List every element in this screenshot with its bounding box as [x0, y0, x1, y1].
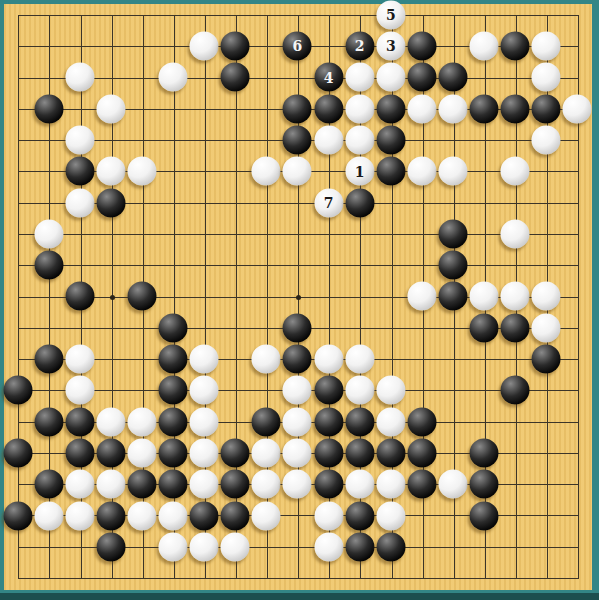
intersection-12-18[interactable]: [375, 563, 406, 594]
intersection-18-4[interactable]: [562, 124, 593, 155]
intersection-13-5[interactable]: [406, 156, 437, 187]
intersection-1-4[interactable]: [33, 124, 64, 155]
intersection-18-5[interactable]: [562, 156, 593, 187]
intersection-0-14[interactable]: [2, 437, 33, 468]
intersection-18-2[interactable]: [562, 62, 593, 93]
intersection-10-5[interactable]: [313, 156, 344, 187]
intersection-14-13[interactable]: [437, 406, 468, 437]
intersection-8-12[interactable]: [251, 375, 282, 406]
intersection-1-9[interactable]: [33, 281, 64, 312]
intersection-11-14[interactable]: [344, 437, 375, 468]
intersection-15-10[interactable]: [469, 312, 500, 343]
intersection-17-5[interactable]: [531, 156, 562, 187]
intersection-8-7[interactable]: [251, 218, 282, 249]
intersection-10-11[interactable]: [313, 343, 344, 374]
intersection-15-17[interactable]: [469, 531, 500, 562]
intersection-9-10[interactable]: [282, 312, 313, 343]
intersection-3-17[interactable]: [95, 531, 126, 562]
intersection-3-12[interactable]: [95, 375, 126, 406]
intersection-15-11[interactable]: [469, 343, 500, 374]
intersection-17-11[interactable]: [531, 343, 562, 374]
intersection-9-13[interactable]: [282, 406, 313, 437]
intersection-18-6[interactable]: [562, 187, 593, 218]
intersection-17-12[interactable]: [531, 375, 562, 406]
intersection-7-17[interactable]: [220, 531, 251, 562]
intersection-10-6[interactable]: 7: [313, 187, 344, 218]
intersection-16-6[interactable]: [500, 187, 531, 218]
intersection-16-10[interactable]: [500, 312, 531, 343]
intersection-6-16[interactable]: [189, 500, 220, 531]
intersection-8-1[interactable]: [251, 30, 282, 61]
intersection-12-4[interactable]: [375, 124, 406, 155]
intersection-16-4[interactable]: [500, 124, 531, 155]
intersection-8-18[interactable]: [251, 563, 282, 594]
intersection-18-3[interactable]: [562, 93, 593, 124]
intersection-3-2[interactable]: [95, 62, 126, 93]
intersection-12-14[interactable]: [375, 437, 406, 468]
intersection-4-6[interactable]: [126, 187, 157, 218]
intersection-16-14[interactable]: [500, 437, 531, 468]
intersection-16-11[interactable]: [500, 343, 531, 374]
intersection-4-15[interactable]: [126, 469, 157, 500]
intersection-11-18[interactable]: [344, 563, 375, 594]
intersection-14-12[interactable]: [437, 375, 468, 406]
intersection-5-7[interactable]: [158, 218, 189, 249]
intersection-6-12[interactable]: [189, 375, 220, 406]
intersection-5-4[interactable]: [158, 124, 189, 155]
intersection-16-15[interactable]: [500, 469, 531, 500]
intersection-3-14[interactable]: [95, 437, 126, 468]
intersection-3-4[interactable]: [95, 124, 126, 155]
intersection-5-12[interactable]: [158, 375, 189, 406]
intersection-15-2[interactable]: [469, 62, 500, 93]
intersection-12-17[interactable]: [375, 531, 406, 562]
intersection-5-11[interactable]: [158, 343, 189, 374]
intersection-11-9[interactable]: [344, 281, 375, 312]
intersection-4-0[interactable]: [126, 0, 157, 30]
intersection-14-9[interactable]: [437, 281, 468, 312]
intersection-6-5[interactable]: [189, 156, 220, 187]
intersection-1-8[interactable]: [33, 250, 64, 281]
intersection-5-16[interactable]: [158, 500, 189, 531]
intersection-9-18[interactable]: [282, 563, 313, 594]
intersection-3-16[interactable]: [95, 500, 126, 531]
intersection-5-5[interactable]: [158, 156, 189, 187]
intersection-11-5[interactable]: 1: [344, 156, 375, 187]
intersection-10-7[interactable]: [313, 218, 344, 249]
intersection-12-12[interactable]: [375, 375, 406, 406]
intersection-1-6[interactable]: [33, 187, 64, 218]
intersection-16-12[interactable]: [500, 375, 531, 406]
intersection-7-5[interactable]: [220, 156, 251, 187]
intersection-5-15[interactable]: [158, 469, 189, 500]
intersection-5-3[interactable]: [158, 93, 189, 124]
intersection-7-6[interactable]: [220, 187, 251, 218]
intersection-6-17[interactable]: [189, 531, 220, 562]
intersection-18-13[interactable]: [562, 406, 593, 437]
intersection-15-18[interactable]: [469, 563, 500, 594]
intersection-17-3[interactable]: [531, 93, 562, 124]
intersection-4-17[interactable]: [126, 531, 157, 562]
intersection-2-10[interactable]: [64, 312, 95, 343]
intersection-9-3[interactable]: [282, 93, 313, 124]
intersection-5-10[interactable]: [158, 312, 189, 343]
intersection-10-8[interactable]: [313, 250, 344, 281]
intersection-5-9[interactable]: [158, 281, 189, 312]
intersection-11-0[interactable]: [344, 0, 375, 30]
intersection-6-14[interactable]: [189, 437, 220, 468]
intersection-13-2[interactable]: [406, 62, 437, 93]
intersection-16-0[interactable]: [500, 0, 531, 30]
intersection-8-14[interactable]: [251, 437, 282, 468]
intersection-10-10[interactable]: [313, 312, 344, 343]
intersection-4-7[interactable]: [126, 218, 157, 249]
intersection-6-7[interactable]: [189, 218, 220, 249]
intersection-0-9[interactable]: [2, 281, 33, 312]
intersection-18-16[interactable]: [562, 500, 593, 531]
intersection-5-17[interactable]: [158, 531, 189, 562]
intersection-15-5[interactable]: [469, 156, 500, 187]
intersection-13-0[interactable]: [406, 0, 437, 30]
intersection-6-8[interactable]: [189, 250, 220, 281]
intersection-14-16[interactable]: [437, 500, 468, 531]
intersection-0-13[interactable]: [2, 406, 33, 437]
intersection-9-5[interactable]: [282, 156, 313, 187]
intersection-14-6[interactable]: [437, 187, 468, 218]
intersection-7-7[interactable]: [220, 218, 251, 249]
intersection-0-12[interactable]: [2, 375, 33, 406]
intersection-7-4[interactable]: [220, 124, 251, 155]
intersection-18-7[interactable]: [562, 218, 593, 249]
intersection-2-2[interactable]: [64, 62, 95, 93]
intersection-1-17[interactable]: [33, 531, 64, 562]
intersection-2-0[interactable]: [64, 0, 95, 30]
intersection-15-3[interactable]: [469, 93, 500, 124]
intersection-1-16[interactable]: [33, 500, 64, 531]
intersection-12-0[interactable]: 5: [375, 0, 406, 30]
intersection-15-0[interactable]: [469, 0, 500, 30]
intersection-11-11[interactable]: [344, 343, 375, 374]
intersection-3-10[interactable]: [95, 312, 126, 343]
intersection-14-7[interactable]: [437, 218, 468, 249]
intersection-18-9[interactable]: [562, 281, 593, 312]
intersection-15-9[interactable]: [469, 281, 500, 312]
intersection-6-4[interactable]: [189, 124, 220, 155]
intersection-0-16[interactable]: [2, 500, 33, 531]
intersection-9-8[interactable]: [282, 250, 313, 281]
intersection-13-10[interactable]: [406, 312, 437, 343]
intersection-4-18[interactable]: [126, 563, 157, 594]
intersection-18-17[interactable]: [562, 531, 593, 562]
intersection-11-16[interactable]: [344, 500, 375, 531]
intersection-1-10[interactable]: [33, 312, 64, 343]
intersection-12-6[interactable]: [375, 187, 406, 218]
intersection-15-13[interactable]: [469, 406, 500, 437]
intersection-0-5[interactable]: [2, 156, 33, 187]
intersection-17-8[interactable]: [531, 250, 562, 281]
intersection-8-10[interactable]: [251, 312, 282, 343]
intersection-14-5[interactable]: [437, 156, 468, 187]
intersection-11-2[interactable]: [344, 62, 375, 93]
intersection-17-15[interactable]: [531, 469, 562, 500]
intersection-6-11[interactable]: [189, 343, 220, 374]
intersection-13-6[interactable]: [406, 187, 437, 218]
intersection-4-1[interactable]: [126, 30, 157, 61]
intersection-14-11[interactable]: [437, 343, 468, 374]
intersection-18-11[interactable]: [562, 343, 593, 374]
intersection-13-18[interactable]: [406, 563, 437, 594]
intersection-9-9[interactable]: [282, 281, 313, 312]
intersection-18-10[interactable]: [562, 312, 593, 343]
intersection-4-3[interactable]: [126, 93, 157, 124]
intersection-11-15[interactable]: [344, 469, 375, 500]
intersection-3-13[interactable]: [95, 406, 126, 437]
intersection-11-1[interactable]: 2: [344, 30, 375, 61]
intersection-4-13[interactable]: [126, 406, 157, 437]
intersection-17-14[interactable]: [531, 437, 562, 468]
intersection-16-13[interactable]: [500, 406, 531, 437]
intersection-11-10[interactable]: [344, 312, 375, 343]
intersection-9-7[interactable]: [282, 218, 313, 249]
intersection-8-15[interactable]: [251, 469, 282, 500]
intersection-3-11[interactable]: [95, 343, 126, 374]
intersection-16-17[interactable]: [500, 531, 531, 562]
intersection-3-8[interactable]: [95, 250, 126, 281]
intersection-17-2[interactable]: [531, 62, 562, 93]
intersection-1-7[interactable]: [33, 218, 64, 249]
intersection-10-12[interactable]: [313, 375, 344, 406]
intersection-10-14[interactable]: [313, 437, 344, 468]
intersection-5-13[interactable]: [158, 406, 189, 437]
intersection-3-1[interactable]: [95, 30, 126, 61]
intersection-1-5[interactable]: [33, 156, 64, 187]
intersection-18-8[interactable]: [562, 250, 593, 281]
intersection-2-9[interactable]: [64, 281, 95, 312]
intersection-0-17[interactable]: [2, 531, 33, 562]
intersection-2-13[interactable]: [64, 406, 95, 437]
intersection-4-14[interactable]: [126, 437, 157, 468]
intersection-13-1[interactable]: [406, 30, 437, 61]
intersection-9-16[interactable]: [282, 500, 313, 531]
intersection-7-11[interactable]: [220, 343, 251, 374]
intersection-15-1[interactable]: [469, 30, 500, 61]
intersection-7-2[interactable]: [220, 62, 251, 93]
intersection-14-3[interactable]: [437, 93, 468, 124]
intersection-12-3[interactable]: [375, 93, 406, 124]
intersection-2-15[interactable]: [64, 469, 95, 500]
intersection-5-6[interactable]: [158, 187, 189, 218]
intersection-4-4[interactable]: [126, 124, 157, 155]
intersection-4-9[interactable]: [126, 281, 157, 312]
intersection-0-7[interactable]: [2, 218, 33, 249]
intersection-9-0[interactable]: [282, 0, 313, 30]
intersection-18-12[interactable]: [562, 375, 593, 406]
intersection-14-15[interactable]: [437, 469, 468, 500]
intersection-16-2[interactable]: [500, 62, 531, 93]
intersection-1-2[interactable]: [33, 62, 64, 93]
intersection-2-17[interactable]: [64, 531, 95, 562]
intersection-10-1[interactable]: [313, 30, 344, 61]
intersection-15-4[interactable]: [469, 124, 500, 155]
intersection-16-5[interactable]: [500, 156, 531, 187]
intersection-5-8[interactable]: [158, 250, 189, 281]
intersection-12-1[interactable]: 3: [375, 30, 406, 61]
intersection-18-15[interactable]: [562, 469, 593, 500]
intersection-10-16[interactable]: [313, 500, 344, 531]
intersection-4-11[interactable]: [126, 343, 157, 374]
intersection-16-7[interactable]: [500, 218, 531, 249]
intersection-3-5[interactable]: [95, 156, 126, 187]
intersection-13-13[interactable]: [406, 406, 437, 437]
intersection-13-15[interactable]: [406, 469, 437, 500]
intersection-1-13[interactable]: [33, 406, 64, 437]
intersection-6-9[interactable]: [189, 281, 220, 312]
intersection-3-3[interactable]: [95, 93, 126, 124]
intersection-0-18[interactable]: [2, 563, 33, 594]
intersection-8-4[interactable]: [251, 124, 282, 155]
intersection-7-0[interactable]: [220, 0, 251, 30]
intersection-0-2[interactable]: [2, 62, 33, 93]
intersection-8-2[interactable]: [251, 62, 282, 93]
intersection-1-15[interactable]: [33, 469, 64, 500]
intersection-17-16[interactable]: [531, 500, 562, 531]
intersection-12-8[interactable]: [375, 250, 406, 281]
intersection-14-1[interactable]: [437, 30, 468, 61]
intersection-3-15[interactable]: [95, 469, 126, 500]
intersection-12-13[interactable]: [375, 406, 406, 437]
intersection-4-2[interactable]: [126, 62, 157, 93]
intersection-1-11[interactable]: [33, 343, 64, 374]
intersection-10-0[interactable]: [313, 0, 344, 30]
intersection-2-11[interactable]: [64, 343, 95, 374]
intersection-17-17[interactable]: [531, 531, 562, 562]
intersection-10-18[interactable]: [313, 563, 344, 594]
intersection-1-1[interactable]: [33, 30, 64, 61]
intersection-2-18[interactable]: [64, 563, 95, 594]
intersection-9-6[interactable]: [282, 187, 313, 218]
intersection-0-0[interactable]: [2, 0, 33, 30]
intersection-2-7[interactable]: [64, 218, 95, 249]
intersection-17-18[interactable]: [531, 563, 562, 594]
intersection-9-1[interactable]: 6: [282, 30, 313, 61]
intersection-9-15[interactable]: [282, 469, 313, 500]
intersection-8-0[interactable]: [251, 0, 282, 30]
intersection-12-9[interactable]: [375, 281, 406, 312]
intersection-16-3[interactable]: [500, 93, 531, 124]
intersection-0-6[interactable]: [2, 187, 33, 218]
intersection-0-1[interactable]: [2, 30, 33, 61]
intersection-13-4[interactable]: [406, 124, 437, 155]
intersection-8-3[interactable]: [251, 93, 282, 124]
intersection-10-17[interactable]: [313, 531, 344, 562]
intersection-15-8[interactable]: [469, 250, 500, 281]
intersection-8-5[interactable]: [251, 156, 282, 187]
intersection-1-0[interactable]: [33, 0, 64, 30]
intersection-10-2[interactable]: 4: [313, 62, 344, 93]
intersection-6-2[interactable]: [189, 62, 220, 93]
intersection-17-13[interactable]: [531, 406, 562, 437]
intersection-1-12[interactable]: [33, 375, 64, 406]
intersection-14-10[interactable]: [437, 312, 468, 343]
intersection-16-8[interactable]: [500, 250, 531, 281]
intersection-6-1[interactable]: [189, 30, 220, 61]
intersection-5-18[interactable]: [158, 563, 189, 594]
intersection-17-0[interactable]: [531, 0, 562, 30]
intersection-15-15[interactable]: [469, 469, 500, 500]
intersection-2-8[interactable]: [64, 250, 95, 281]
intersection-7-18[interactable]: [220, 563, 251, 594]
intersection-6-13[interactable]: [189, 406, 220, 437]
intersection-10-4[interactable]: [313, 124, 344, 155]
intersection-11-12[interactable]: [344, 375, 375, 406]
intersection-7-8[interactable]: [220, 250, 251, 281]
intersection-11-6[interactable]: [344, 187, 375, 218]
intersection-6-6[interactable]: [189, 187, 220, 218]
intersection-16-16[interactable]: [500, 500, 531, 531]
intersection-14-2[interactable]: [437, 62, 468, 93]
intersection-13-8[interactable]: [406, 250, 437, 281]
intersection-8-6[interactable]: [251, 187, 282, 218]
intersection-17-4[interactable]: [531, 124, 562, 155]
intersection-15-6[interactable]: [469, 187, 500, 218]
intersection-7-14[interactable]: [220, 437, 251, 468]
intersection-9-17[interactable]: [282, 531, 313, 562]
intersection-13-14[interactable]: [406, 437, 437, 468]
intersection-8-8[interactable]: [251, 250, 282, 281]
intersection-7-9[interactable]: [220, 281, 251, 312]
intersection-0-10[interactable]: [2, 312, 33, 343]
intersection-0-8[interactable]: [2, 250, 33, 281]
intersection-6-0[interactable]: [189, 0, 220, 30]
intersection-17-10[interactable]: [531, 312, 562, 343]
intersection-2-16[interactable]: [64, 500, 95, 531]
intersection-16-18[interactable]: [500, 563, 531, 594]
intersection-3-7[interactable]: [95, 218, 126, 249]
intersection-1-3[interactable]: [33, 93, 64, 124]
intersection-9-2[interactable]: [282, 62, 313, 93]
intersection-11-4[interactable]: [344, 124, 375, 155]
intersection-5-2[interactable]: [158, 62, 189, 93]
intersection-2-4[interactable]: [64, 124, 95, 155]
intersection-3-0[interactable]: [95, 0, 126, 30]
intersection-4-10[interactable]: [126, 312, 157, 343]
intersection-5-0[interactable]: [158, 0, 189, 30]
intersection-13-7[interactable]: [406, 218, 437, 249]
intersection-13-11[interactable]: [406, 343, 437, 374]
intersection-2-1[interactable]: [64, 30, 95, 61]
intersection-6-18[interactable]: [189, 563, 220, 594]
intersection-15-12[interactable]: [469, 375, 500, 406]
intersection-9-11[interactable]: [282, 343, 313, 374]
intersection-13-3[interactable]: [406, 93, 437, 124]
intersection-7-10[interactable]: [220, 312, 251, 343]
intersection-15-14[interactable]: [469, 437, 500, 468]
intersection-6-3[interactable]: [189, 93, 220, 124]
intersection-7-12[interactable]: [220, 375, 251, 406]
intersection-8-16[interactable]: [251, 500, 282, 531]
intersection-8-11[interactable]: [251, 343, 282, 374]
intersection-18-0[interactable]: [562, 0, 593, 30]
intersection-6-10[interactable]: [189, 312, 220, 343]
intersection-7-15[interactable]: [220, 469, 251, 500]
intersection-12-10[interactable]: [375, 312, 406, 343]
intersection-2-5[interactable]: [64, 156, 95, 187]
intersection-8-9[interactable]: [251, 281, 282, 312]
intersection-12-16[interactable]: [375, 500, 406, 531]
intersection-2-3[interactable]: [64, 93, 95, 124]
intersection-9-12[interactable]: [282, 375, 313, 406]
intersection-12-5[interactable]: [375, 156, 406, 187]
